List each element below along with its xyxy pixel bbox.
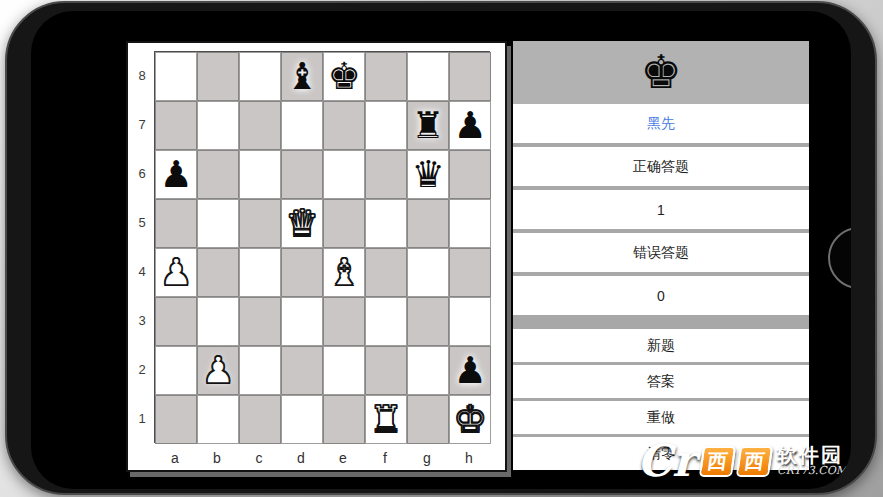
- square-e7[interactable]: [323, 101, 365, 150]
- piece-white-pawn: ♟: [159, 248, 192, 297]
- square-h6[interactable]: [449, 150, 491, 199]
- square-g5[interactable]: [407, 199, 449, 248]
- square-h8[interactable]: [449, 52, 491, 101]
- square-c1[interactable]: [239, 395, 281, 444]
- square-a6[interactable]: ♟: [155, 150, 197, 199]
- square-c7[interactable]: [239, 101, 281, 150]
- square-d6[interactable]: [281, 150, 323, 199]
- square-c5[interactable]: [239, 199, 281, 248]
- rank-labels: 87654321: [130, 51, 154, 443]
- square-a8[interactable]: [155, 52, 197, 101]
- square-f5[interactable]: [365, 199, 407, 248]
- piece-white-pawn: ♟: [201, 346, 234, 395]
- square-g6[interactable]: ♛: [407, 150, 449, 199]
- chessboard-panel: 87654321 ♝♚♜♟♟♛♛♟♝♟♟♜♚ abcdefgh: [126, 41, 507, 472]
- watermark-logo: Cr: [637, 439, 695, 483]
- piece-black-king: ♚: [327, 52, 360, 101]
- piece-black-pawn: ♟: [453, 101, 486, 150]
- rank-label-6: 6: [130, 149, 154, 198]
- square-d5[interactable]: ♛: [281, 199, 323, 248]
- black-king-icon: ♚: [640, 41, 681, 104]
- square-f4[interactable]: [365, 248, 407, 297]
- file-label-h: h: [448, 447, 490, 469]
- square-a7[interactable]: [155, 101, 197, 150]
- square-e1[interactable]: [323, 395, 365, 444]
- square-e2[interactable]: [323, 346, 365, 395]
- square-b3[interactable]: [197, 297, 239, 346]
- square-e6[interactable]: [323, 150, 365, 199]
- piece-black-rook: ♜: [411, 101, 444, 150]
- rank-label-8: 8: [130, 51, 154, 100]
- square-g1[interactable]: [407, 395, 449, 444]
- piece-white-queen: ♛: [285, 199, 318, 248]
- square-b8[interactable]: [197, 52, 239, 101]
- square-h4[interactable]: [449, 248, 491, 297]
- rank-label-7: 7: [130, 100, 154, 149]
- chessboard[interactable]: ♝♚♜♟♟♛♛♟♝♟♟♜♚: [154, 51, 490, 443]
- watermark-site-url: CR173.COM: [777, 465, 847, 477]
- square-c3[interactable]: [239, 297, 281, 346]
- phone-screen: 87654321 ♝♚♜♟♟♛♛♟♝♟♟♜♚ abcdefgh ♚ 黑先 正确答…: [31, 11, 851, 489]
- square-h2[interactable]: ♟: [449, 346, 491, 395]
- control-panel: ♚ 黑先 正确答题 1 错误答题 0 新题 答案 重做 清零: [513, 41, 809, 470]
- square-h3[interactable]: [449, 297, 491, 346]
- square-f8[interactable]: [365, 52, 407, 101]
- rank-label-5: 5: [130, 198, 154, 247]
- square-c4[interactable]: [239, 248, 281, 297]
- wrong-answers-label: 错误答题: [513, 233, 809, 272]
- square-a4[interactable]: ♟: [155, 248, 197, 297]
- piece-black-bishop: ♝: [285, 52, 318, 101]
- turn-banner: ♚: [513, 41, 809, 104]
- square-c8[interactable]: [239, 52, 281, 101]
- piece-black-pawn: ♟: [159, 150, 192, 199]
- square-e5[interactable]: [323, 199, 365, 248]
- redo-button[interactable]: 重做: [513, 401, 809, 434]
- square-b5[interactable]: [197, 199, 239, 248]
- square-b7[interactable]: [197, 101, 239, 150]
- file-label-g: g: [406, 447, 448, 469]
- phone-frame: 87654321 ♝♚♜♟♟♛♛♟♝♟♟♜♚ abcdefgh ♚ 黑先 正确答…: [5, 1, 877, 495]
- file-label-b: b: [196, 447, 238, 469]
- file-label-c: c: [238, 447, 280, 469]
- file-label-a: a: [154, 447, 196, 469]
- rank-label-2: 2: [130, 345, 154, 394]
- correct-answers-count: 1: [513, 190, 809, 229]
- square-a2[interactable]: [155, 346, 197, 395]
- watermark-tile-2: 西: [736, 446, 773, 477]
- square-d4[interactable]: [281, 248, 323, 297]
- page-background: 87654321 ♝♚♜♟♟♛♛♟♝♟♟♜♚ abcdefgh ♚ 黑先 正确答…: [0, 0, 883, 497]
- rank-label-3: 3: [130, 296, 154, 345]
- rank-label-1: 1: [130, 394, 154, 443]
- square-h5[interactable]: [449, 199, 491, 248]
- square-b4[interactable]: [197, 248, 239, 297]
- square-d1[interactable]: [281, 395, 323, 444]
- square-d7[interactable]: [281, 101, 323, 150]
- square-g3[interactable]: [407, 297, 449, 346]
- rank-label-4: 4: [130, 247, 154, 296]
- turn-indicator-label: 黑先: [647, 115, 675, 133]
- square-a5[interactable]: [155, 199, 197, 248]
- piece-black-queen: ♛: [411, 150, 444, 199]
- square-g2[interactable]: [407, 346, 449, 395]
- file-label-e: e: [322, 447, 364, 469]
- square-c6[interactable]: [239, 150, 281, 199]
- square-f2[interactable]: [365, 346, 407, 395]
- square-g8[interactable]: [407, 52, 449, 101]
- square-h7[interactable]: ♟: [449, 101, 491, 150]
- square-g4[interactable]: [407, 248, 449, 297]
- square-g7[interactable]: ♜: [407, 101, 449, 150]
- square-b6[interactable]: [197, 150, 239, 199]
- wrong-answers-count: 0: [513, 276, 809, 315]
- square-a1[interactable]: [155, 395, 197, 444]
- square-d8[interactable]: ♝: [281, 52, 323, 101]
- file-labels: abcdefgh: [154, 447, 490, 469]
- square-e8[interactable]: ♚: [323, 52, 365, 101]
- piece-white-king: ♚: [453, 395, 486, 444]
- square-d3[interactable]: [281, 297, 323, 346]
- square-f6[interactable]: [365, 150, 407, 199]
- square-b1[interactable]: [197, 395, 239, 444]
- square-f7[interactable]: [365, 101, 407, 150]
- watermark: Cr 西 西 软件园 CR173.COM: [637, 439, 847, 483]
- square-c2[interactable]: [239, 346, 281, 395]
- answer-button[interactable]: 答案: [513, 365, 809, 398]
- watermark-site-name: 软件园: [777, 445, 843, 465]
- home-button[interactable]: [828, 227, 851, 289]
- square-h1[interactable]: ♚: [449, 395, 491, 444]
- square-e4[interactable]: ♝: [323, 248, 365, 297]
- correct-answers-label: 正确答题: [513, 147, 809, 186]
- square-f3[interactable]: [365, 297, 407, 346]
- piece-white-rook: ♜: [369, 395, 402, 444]
- square-a3[interactable]: [155, 297, 197, 346]
- square-b2[interactable]: ♟: [197, 346, 239, 395]
- watermark-tile-1: 西: [699, 446, 736, 477]
- file-label-f: f: [364, 447, 406, 469]
- square-e3[interactable]: [323, 297, 365, 346]
- turn-indicator: 黑先: [513, 104, 809, 143]
- new-puzzle-button[interactable]: 新题: [513, 329, 809, 362]
- square-d2[interactable]: [281, 346, 323, 395]
- file-label-d: d: [280, 447, 322, 469]
- piece-white-bishop: ♝: [327, 248, 360, 297]
- square-f1[interactable]: ♜: [365, 395, 407, 444]
- piece-black-pawn: ♟: [453, 346, 486, 395]
- panel-spacer: [513, 315, 809, 329]
